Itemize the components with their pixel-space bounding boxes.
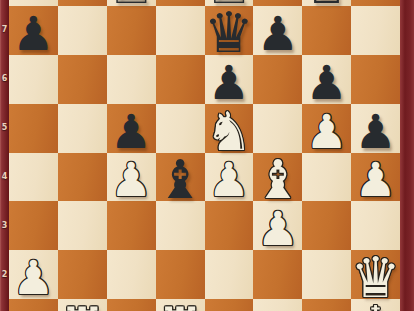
square-g1[interactable] [302, 299, 351, 311]
square-h5[interactable]: ♟ [351, 104, 400, 153]
square-e3[interactable] [205, 201, 254, 250]
square-d7[interactable] [156, 6, 205, 55]
square-f7[interactable]: ♟ [253, 6, 302, 55]
square-c4[interactable]: ♟ [107, 153, 156, 202]
piece-black-queen[interactable]: ♛ [204, 5, 254, 61]
piece-white-king[interactable]: ♚ [350, 299, 400, 311]
square-a6[interactable] [9, 55, 58, 104]
rank-label-4: 4 [0, 172, 9, 182]
square-d5[interactable] [156, 104, 205, 153]
square-h3[interactable] [351, 201, 400, 250]
square-e5[interactable]: ♞ [205, 104, 254, 153]
square-g6[interactable]: ♟ [302, 55, 351, 104]
square-c3[interactable] [107, 201, 156, 250]
square-d4[interactable]: ♝ [156, 153, 205, 202]
square-f5[interactable] [253, 104, 302, 153]
square-h4[interactable]: ♟ [351, 153, 400, 202]
square-g8[interactable]: ♚ [302, 0, 351, 6]
square-f6[interactable] [253, 55, 302, 104]
piece-white-pawn[interactable]: ♟ [208, 156, 250, 203]
chess-board: ♜♜♚♟♛♟♟♟♟♞♟♟♟♝♟♝♟♟♟♛♜♜♚ [9, 0, 400, 311]
square-a5[interactable] [9, 104, 58, 153]
piece-white-pawn[interactable]: ♟ [110, 156, 152, 203]
square-h7[interactable] [351, 6, 400, 55]
square-h1[interactable]: ♚ [351, 299, 400, 311]
piece-white-knight[interactable]: ♞ [205, 105, 253, 158]
piece-white-rook[interactable]: ♜ [156, 300, 204, 311]
square-a4[interactable] [9, 153, 58, 202]
rank-label-5: 5 [0, 123, 9, 133]
square-a3[interactable] [9, 201, 58, 250]
rank-label-2: 2 [0, 270, 9, 280]
rank-label-7: 7 [0, 25, 9, 35]
piece-white-pawn[interactable]: ♟ [12, 254, 54, 301]
board-frame-right [400, 0, 414, 311]
square-e4[interactable]: ♟ [205, 153, 254, 202]
square-a2[interactable]: ♟ [9, 250, 58, 299]
piece-black-king[interactable]: ♚ [302, 0, 352, 12]
square-g2[interactable] [302, 250, 351, 299]
square-d2[interactable] [156, 250, 205, 299]
piece-white-pawn[interactable]: ♟ [257, 205, 299, 252]
square-c5[interactable]: ♟ [107, 104, 156, 153]
square-e6[interactable]: ♟ [205, 55, 254, 104]
piece-black-pawn[interactable]: ♟ [208, 59, 250, 106]
piece-white-pawn[interactable]: ♟ [354, 156, 396, 203]
square-c2[interactable] [107, 250, 156, 299]
square-h6[interactable] [351, 55, 400, 104]
square-g4[interactable] [302, 153, 351, 202]
piece-black-pawn[interactable]: ♟ [12, 10, 54, 57]
square-b1[interactable]: ♜ [58, 299, 107, 311]
square-g3[interactable] [302, 201, 351, 250]
square-b4[interactable] [58, 153, 107, 202]
square-e2[interactable] [205, 250, 254, 299]
piece-black-pawn[interactable]: ♟ [354, 108, 396, 155]
square-f3[interactable]: ♟ [253, 201, 302, 250]
square-e7[interactable]: ♛ [205, 6, 254, 55]
square-g5[interactable]: ♟ [302, 104, 351, 153]
square-c1[interactable] [107, 299, 156, 311]
rank-label-6: 6 [0, 74, 9, 84]
square-e1[interactable] [205, 299, 254, 311]
square-f1[interactable] [253, 299, 302, 311]
piece-black-bishop[interactable]: ♝ [156, 153, 204, 206]
square-d6[interactable] [156, 55, 205, 104]
piece-black-rook[interactable]: ♜ [107, 0, 155, 11]
square-b3[interactable] [58, 201, 107, 250]
square-a7[interactable]: ♟ [9, 6, 58, 55]
square-d1[interactable]: ♜ [156, 299, 205, 311]
piece-white-pawn[interactable]: ♟ [306, 108, 348, 155]
piece-black-pawn[interactable]: ♟ [257, 10, 299, 57]
board-frame-left: 765432 [0, 0, 9, 311]
square-b5[interactable] [58, 104, 107, 153]
piece-black-pawn[interactable]: ♟ [110, 108, 152, 155]
square-c6[interactable] [107, 55, 156, 104]
piece-white-rook[interactable]: ♜ [59, 300, 107, 311]
square-f2[interactable] [253, 250, 302, 299]
square-f4[interactable]: ♝ [253, 153, 302, 202]
piece-white-bishop[interactable]: ♝ [254, 153, 302, 206]
piece-black-pawn[interactable]: ♟ [306, 59, 348, 106]
square-h2[interactable]: ♛ [351, 250, 400, 299]
square-c8[interactable]: ♜ [107, 0, 156, 6]
rank-label-3: 3 [0, 221, 9, 231]
square-b7[interactable] [58, 6, 107, 55]
chess-board-viewport: ♜♜♚♟♛♟♟♟♟♞♟♟♟♝♟♝♟♟♟♛♜♜♚ 765432 [0, 0, 414, 311]
square-b6[interactable] [58, 55, 107, 104]
square-b2[interactable] [58, 250, 107, 299]
